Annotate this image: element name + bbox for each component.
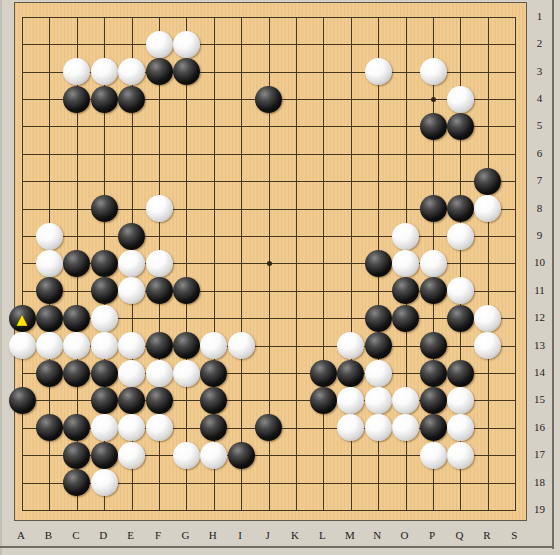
column-label-K: K <box>285 527 305 543</box>
black-stone-L14 <box>310 360 337 387</box>
white-stone-F16 <box>146 414 173 441</box>
black-stone-P15 <box>420 387 447 414</box>
row-label-12: 12 <box>528 311 551 323</box>
black-stone-Q12 <box>447 305 474 332</box>
black-stone-M14 <box>337 360 364 387</box>
star-point <box>267 261 272 266</box>
white-stone-O10 <box>392 250 419 277</box>
black-stone-R7 <box>474 168 501 195</box>
white-stone-A13 <box>9 332 36 359</box>
white-stone-M16 <box>337 414 364 441</box>
white-stone-M13 <box>337 332 364 359</box>
row-label-2: 2 <box>528 37 551 49</box>
grid-line-vertical <box>296 17 297 511</box>
black-stone-L15 <box>310 387 337 414</box>
black-stone-Q8 <box>447 195 474 222</box>
white-stone-D18 <box>91 469 118 496</box>
column-label-Q: Q <box>449 527 469 543</box>
white-stone-Q16 <box>447 414 474 441</box>
white-stone-E11 <box>118 277 145 304</box>
column-label-L: L <box>312 527 332 543</box>
white-stone-C3 <box>63 58 90 85</box>
white-stone-G17 <box>173 442 200 469</box>
black-stone-C17 <box>63 442 90 469</box>
column-label-D: D <box>93 527 113 543</box>
black-stone-J16 <box>255 414 282 441</box>
black-stone-D11 <box>91 277 118 304</box>
black-stone-N10 <box>365 250 392 277</box>
black-stone-N12 <box>365 305 392 332</box>
white-stone-R8 <box>474 195 501 222</box>
row-label-13: 13 <box>528 339 551 351</box>
black-stone-B16 <box>36 414 63 441</box>
white-stone-D13 <box>91 332 118 359</box>
black-stone-O11 <box>392 277 419 304</box>
white-stone-D12 <box>91 305 118 332</box>
row-label-7: 7 <box>528 174 551 186</box>
white-stone-I13 <box>228 332 255 359</box>
black-stone-A15 <box>9 387 36 414</box>
white-stone-F14 <box>146 360 173 387</box>
grid-line-vertical <box>323 17 324 511</box>
white-stone-D3 <box>91 58 118 85</box>
black-stone-G3 <box>173 58 200 85</box>
column-label-E: E <box>121 527 141 543</box>
black-stone-C18 <box>63 469 90 496</box>
white-stone-F2 <box>146 31 173 58</box>
white-stone-Q15 <box>447 387 474 414</box>
white-stone-D16 <box>91 414 118 441</box>
black-stone-D17 <box>91 442 118 469</box>
black-stone-P8 <box>420 195 447 222</box>
white-stone-B9 <box>36 223 63 250</box>
column-label-H: H <box>203 527 223 543</box>
column-label-R: R <box>477 527 497 543</box>
white-stone-Q9 <box>447 223 474 250</box>
white-stone-O16 <box>392 414 419 441</box>
white-stone-Q4 <box>447 86 474 113</box>
black-stone-F3 <box>146 58 173 85</box>
row-label-4: 4 <box>528 92 551 104</box>
white-stone-E16 <box>118 414 145 441</box>
black-stone-Q14 <box>447 360 474 387</box>
black-stone-B14 <box>36 360 63 387</box>
white-stone-R12 <box>474 305 501 332</box>
row-label-3: 3 <box>528 65 551 77</box>
row-label-10: 10 <box>528 256 551 268</box>
black-stone-D10 <box>91 250 118 277</box>
grid-line-horizontal <box>22 510 516 511</box>
column-label-J: J <box>258 527 278 543</box>
black-stone-E4 <box>118 86 145 113</box>
white-stone-E10 <box>118 250 145 277</box>
white-stone-P3 <box>420 58 447 85</box>
black-stone-C14 <box>63 360 90 387</box>
row-label-1: 1 <box>528 10 551 22</box>
white-stone-P10 <box>420 250 447 277</box>
column-label-P: P <box>422 527 442 543</box>
white-stone-C13 <box>63 332 90 359</box>
black-stone-C10 <box>63 250 90 277</box>
black-stone-P13 <box>420 332 447 359</box>
black-stone-D4 <box>91 86 118 113</box>
white-stone-N15 <box>365 387 392 414</box>
black-stone-J4 <box>255 86 282 113</box>
row-label-5: 5 <box>528 119 551 131</box>
column-label-G: G <box>175 527 195 543</box>
star-point <box>431 97 436 102</box>
white-stone-F10 <box>146 250 173 277</box>
black-stone-F11 <box>146 277 173 304</box>
row-label-17: 17 <box>528 448 551 460</box>
white-stone-E14 <box>118 360 145 387</box>
black-stone-C12 <box>63 305 90 332</box>
row-label-18: 18 <box>528 476 551 488</box>
black-stone-E15 <box>118 387 145 414</box>
row-label-14: 14 <box>528 366 551 378</box>
white-stone-G2 <box>173 31 200 58</box>
white-stone-H13 <box>200 332 227 359</box>
white-stone-H17 <box>200 442 227 469</box>
column-label-M: M <box>340 527 360 543</box>
column-label-B: B <box>38 527 58 543</box>
black-stone-F13 <box>146 332 173 359</box>
white-stone-G14 <box>173 360 200 387</box>
white-stone-F8 <box>146 195 173 222</box>
row-label-11: 11 <box>528 284 551 296</box>
black-stone-O12 <box>392 305 419 332</box>
black-stone-A12 <box>9 305 36 332</box>
white-stone-Q17 <box>447 442 474 469</box>
row-label-15: 15 <box>528 393 551 405</box>
white-stone-O9 <box>392 223 419 250</box>
white-stone-B13 <box>36 332 63 359</box>
white-stone-E17 <box>118 442 145 469</box>
frame-right-edge <box>552 0 554 549</box>
black-stone-Q5 <box>447 113 474 140</box>
column-label-A: A <box>11 527 31 543</box>
column-label-C: C <box>66 527 86 543</box>
black-stone-G11 <box>173 277 200 304</box>
white-stone-Q11 <box>447 277 474 304</box>
black-stone-B11 <box>36 277 63 304</box>
white-stone-P17 <box>420 442 447 469</box>
column-label-N: N <box>367 527 387 543</box>
white-stone-E13 <box>118 332 145 359</box>
go-app-frame: ▲ 12345678910111213141516171819ABCDEFGHI… <box>0 0 560 555</box>
row-label-16: 16 <box>528 421 551 433</box>
white-stone-R13 <box>474 332 501 359</box>
frame-left-edge <box>0 0 2 555</box>
white-stone-M15 <box>337 387 364 414</box>
white-stone-N16 <box>365 414 392 441</box>
frame-bottom-edge <box>0 546 554 548</box>
black-stone-H16 <box>200 414 227 441</box>
black-stone-P16 <box>420 414 447 441</box>
row-label-6: 6 <box>528 147 551 159</box>
black-stone-H14 <box>200 360 227 387</box>
black-stone-C4 <box>63 86 90 113</box>
white-stone-N14 <box>365 360 392 387</box>
white-stone-E3 <box>118 58 145 85</box>
black-stone-D14 <box>91 360 118 387</box>
black-stone-D8 <box>91 195 118 222</box>
black-stone-I17 <box>228 442 255 469</box>
black-stone-P11 <box>420 277 447 304</box>
grid-line-vertical <box>488 17 489 511</box>
black-stone-P5 <box>420 113 447 140</box>
black-stone-D15 <box>91 387 118 414</box>
column-label-O: O <box>395 527 415 543</box>
column-label-I: I <box>230 527 250 543</box>
column-label-S: S <box>504 527 524 543</box>
grid-line-vertical <box>515 17 516 511</box>
black-stone-C16 <box>63 414 90 441</box>
row-label-9: 9 <box>528 229 551 241</box>
go-board[interactable]: ▲ <box>14 2 527 521</box>
column-label-F: F <box>148 527 168 543</box>
black-stone-F15 <box>146 387 173 414</box>
row-label-8: 8 <box>528 202 551 214</box>
black-stone-B12 <box>36 305 63 332</box>
white-stone-N3 <box>365 58 392 85</box>
black-stone-N13 <box>365 332 392 359</box>
black-stone-P14 <box>420 360 447 387</box>
white-stone-O15 <box>392 387 419 414</box>
black-stone-E9 <box>118 223 145 250</box>
black-stone-G13 <box>173 332 200 359</box>
row-label-19: 19 <box>528 503 551 515</box>
black-stone-H15 <box>200 387 227 414</box>
white-stone-B10 <box>36 250 63 277</box>
